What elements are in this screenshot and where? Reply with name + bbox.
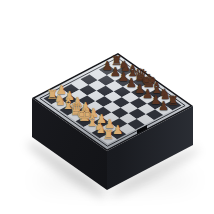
chess-set-product-photo[interactable]: ♜♞♝♛♚♝♞♜♟♟♟♟♟♟♟♟♟♟♟♟♟♟♟♟♜♞♝♛♚♝♞♜	[0, 0, 214, 214]
